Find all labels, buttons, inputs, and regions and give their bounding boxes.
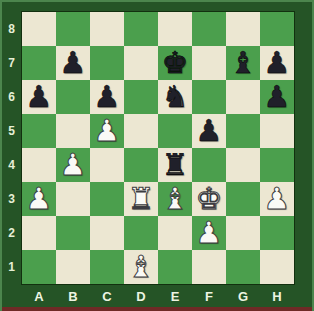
rank-label-3: 3 xyxy=(2,182,21,216)
rank-label-5: 5 xyxy=(2,114,21,148)
file-label-H: H xyxy=(260,285,294,307)
square-e1[interactable] xyxy=(158,250,192,284)
file-label-D: D xyxy=(124,285,158,307)
square-h3[interactable]: ♟ xyxy=(260,182,294,216)
square-h1[interactable] xyxy=(260,250,294,284)
square-g7[interactable]: ♝ xyxy=(226,46,260,80)
white-pawn-b4[interactable]: ♟ xyxy=(60,148,87,182)
square-h8[interactable] xyxy=(260,12,294,46)
square-g4[interactable] xyxy=(226,148,260,182)
square-h4[interactable] xyxy=(260,148,294,182)
square-h5[interactable] xyxy=(260,114,294,148)
square-e2[interactable] xyxy=(158,216,192,250)
rank-label-1: 1 xyxy=(2,250,21,284)
square-h7[interactable]: ♟ xyxy=(260,46,294,80)
square-f8[interactable] xyxy=(192,12,226,46)
white-pawn-a3[interactable]: ♟ xyxy=(26,182,53,216)
black-pawn-h6[interactable]: ♟ xyxy=(264,80,291,114)
square-d3[interactable]: ♜ xyxy=(124,182,158,216)
file-label-F: F xyxy=(192,285,226,307)
square-f2[interactable]: ♟ xyxy=(192,216,226,250)
square-d8[interactable] xyxy=(124,12,158,46)
square-a6[interactable]: ♟ xyxy=(22,80,56,114)
white-bishop-e3[interactable]: ♝ xyxy=(162,182,189,216)
white-pawn-h3[interactable]: ♟ xyxy=(264,182,291,216)
square-g6[interactable] xyxy=(226,80,260,114)
white-pawn-f2[interactable]: ♟ xyxy=(196,216,223,250)
square-f7[interactable] xyxy=(192,46,226,80)
square-b2[interactable] xyxy=(56,216,90,250)
square-f5[interactable]: ♟ xyxy=(192,114,226,148)
square-c1[interactable] xyxy=(90,250,124,284)
square-b1[interactable] xyxy=(56,250,90,284)
file-label-G: G xyxy=(226,285,260,307)
square-f6[interactable] xyxy=(192,80,226,114)
square-a2[interactable] xyxy=(22,216,56,250)
square-a5[interactable] xyxy=(22,114,56,148)
square-c6[interactable]: ♟ xyxy=(90,80,124,114)
file-label-A: A xyxy=(22,285,56,307)
square-d6[interactable] xyxy=(124,80,158,114)
square-f1[interactable] xyxy=(192,250,226,284)
rank-label-4: 4 xyxy=(2,148,21,182)
file-label-B: B xyxy=(56,285,90,307)
square-g8[interactable] xyxy=(226,12,260,46)
square-b8[interactable] xyxy=(56,12,90,46)
square-e7[interactable]: ♚ xyxy=(158,46,192,80)
black-pawn-h7[interactable]: ♟ xyxy=(264,46,291,80)
square-e8[interactable] xyxy=(158,12,192,46)
square-g5[interactable] xyxy=(226,114,260,148)
square-c5[interactable]: ♟ xyxy=(90,114,124,148)
square-e4[interactable]: ♜ xyxy=(158,148,192,182)
rank-label-6: 6 xyxy=(2,80,21,114)
rank-label-2: 2 xyxy=(2,216,21,250)
square-d4[interactable] xyxy=(124,148,158,182)
square-b6[interactable] xyxy=(56,80,90,114)
rank-label-7: 7 xyxy=(2,46,21,80)
square-d1[interactable]: ♝ xyxy=(124,250,158,284)
square-g2[interactable] xyxy=(226,216,260,250)
square-e6[interactable]: ♞ xyxy=(158,80,192,114)
black-king-e7[interactable]: ♚ xyxy=(162,46,189,80)
chess-diagram: 87654321 ♟♚♝♟♟♟♞♟♟♟♟♜♟♜♝♚♟♟♝ ABCDEFGH xyxy=(0,0,314,311)
square-a8[interactable] xyxy=(22,12,56,46)
black-pawn-a6[interactable]: ♟ xyxy=(26,80,53,114)
square-f3[interactable]: ♚ xyxy=(192,182,226,216)
black-knight-e6[interactable]: ♞ xyxy=(162,80,189,114)
square-d5[interactable] xyxy=(124,114,158,148)
square-c3[interactable] xyxy=(90,182,124,216)
black-pawn-c6[interactable]: ♟ xyxy=(94,80,121,114)
square-a3[interactable]: ♟ xyxy=(22,182,56,216)
black-pawn-b7[interactable]: ♟ xyxy=(60,46,87,80)
square-c8[interactable] xyxy=(90,12,124,46)
white-king-f3[interactable]: ♚ xyxy=(196,182,223,216)
black-bishop-g7[interactable]: ♝ xyxy=(230,46,257,80)
square-e5[interactable] xyxy=(158,114,192,148)
square-h2[interactable] xyxy=(260,216,294,250)
white-rook-d3[interactable]: ♜ xyxy=(128,182,155,216)
square-c7[interactable] xyxy=(90,46,124,80)
square-c2[interactable] xyxy=(90,216,124,250)
frame-bottom-strip xyxy=(0,307,314,311)
white-bishop-d1[interactable]: ♝ xyxy=(128,250,155,284)
rank-label-8: 8 xyxy=(2,12,21,46)
chess-board: ♟♚♝♟♟♟♞♟♟♟♟♜♟♜♝♚♟♟♝ xyxy=(21,11,295,285)
file-label-C: C xyxy=(90,285,124,307)
square-g3[interactable] xyxy=(226,182,260,216)
square-d7[interactable] xyxy=(124,46,158,80)
square-e3[interactable]: ♝ xyxy=(158,182,192,216)
square-b3[interactable] xyxy=(56,182,90,216)
square-a7[interactable] xyxy=(22,46,56,80)
square-c4[interactable] xyxy=(90,148,124,182)
black-rook-e4[interactable]: ♜ xyxy=(162,148,189,182)
file-label-E: E xyxy=(158,285,192,307)
square-h6[interactable]: ♟ xyxy=(260,80,294,114)
square-g1[interactable] xyxy=(226,250,260,284)
square-d2[interactable] xyxy=(124,216,158,250)
square-b7[interactable]: ♟ xyxy=(56,46,90,80)
square-a4[interactable] xyxy=(22,148,56,182)
square-f4[interactable] xyxy=(192,148,226,182)
square-a1[interactable] xyxy=(22,250,56,284)
black-pawn-f5[interactable]: ♟ xyxy=(196,114,223,148)
square-b4[interactable]: ♟ xyxy=(56,148,90,182)
rank-labels: 87654321 xyxy=(2,12,21,284)
file-labels: ABCDEFGH xyxy=(22,285,294,307)
square-b5[interactable] xyxy=(56,114,90,148)
white-pawn-c5[interactable]: ♟ xyxy=(94,114,121,148)
